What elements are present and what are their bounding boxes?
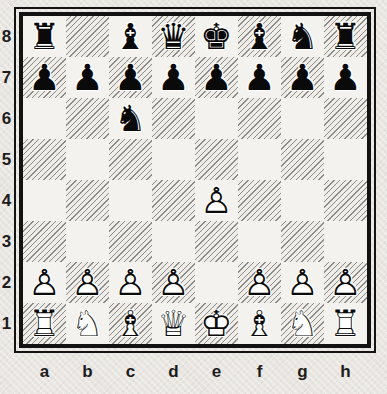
square-f2[interactable]: ♟♙ [238, 262, 281, 303]
piece-white-knight[interactable]: ♞♘ [281, 303, 324, 344]
square-h7[interactable]: ♟ [324, 57, 367, 98]
square-c2[interactable]: ♟♙ [109, 262, 152, 303]
square-c5[interactable] [109, 139, 152, 180]
piece-outline-layer: ♘ [281, 303, 324, 344]
square-e5[interactable] [195, 139, 238, 180]
square-a5[interactable] [23, 139, 66, 180]
square-b7[interactable]: ♟ [66, 57, 109, 98]
square-c3[interactable] [109, 221, 152, 262]
piece-outline-layer: ♙ [23, 262, 66, 303]
file-labels: abcdefgh [23, 357, 367, 387]
square-d2[interactable]: ♟♙ [152, 262, 195, 303]
piece-white-knight[interactable]: ♞♘ [66, 303, 109, 344]
file-label-d: d [152, 357, 195, 387]
square-f6[interactable] [238, 98, 281, 139]
square-a2[interactable]: ♟♙ [23, 262, 66, 303]
file-label-h: h [324, 357, 367, 387]
rank-label-8: 8 [0, 16, 13, 57]
piece-white-pawn[interactable]: ♟♙ [195, 180, 238, 221]
square-b1[interactable]: ♞♘ [66, 303, 109, 344]
rank-labels: 87654321 [0, 16, 13, 344]
piece-black-rook[interactable]: ♜ [324, 16, 367, 57]
square-g3[interactable] [281, 221, 324, 262]
square-g4[interactable] [281, 180, 324, 221]
square-f7[interactable]: ♟ [238, 57, 281, 98]
square-d3[interactable] [152, 221, 195, 262]
piece-outline-layer: ♙ [238, 262, 281, 303]
square-e2[interactable] [195, 262, 238, 303]
square-d8[interactable]: ♛ [152, 16, 195, 57]
square-h4[interactable] [324, 180, 367, 221]
piece-outline-layer: ♙ [324, 262, 367, 303]
piece-white-pawn[interactable]: ♟♙ [281, 262, 324, 303]
file-label-e: e [195, 357, 238, 387]
square-f3[interactable] [238, 221, 281, 262]
square-h5[interactable] [324, 139, 367, 180]
square-e1[interactable]: ♚♔ [195, 303, 238, 344]
square-f8[interactable]: ♝ [238, 16, 281, 57]
file-label-a: a [23, 357, 66, 387]
piece-outline-layer: ♙ [281, 262, 324, 303]
square-b4[interactable] [66, 180, 109, 221]
square-f5[interactable] [238, 139, 281, 180]
square-e8[interactable]: ♚ [195, 16, 238, 57]
square-h3[interactable] [324, 221, 367, 262]
square-b5[interactable] [66, 139, 109, 180]
square-c1[interactable]: ♝♗ [109, 303, 152, 344]
piece-black-bishop[interactable]: ♝ [238, 16, 281, 57]
file-label-c: c [109, 357, 152, 387]
square-c8[interactable]: ♝ [109, 16, 152, 57]
file-label-g: g [281, 357, 324, 387]
rank-label-7: 7 [0, 57, 13, 98]
square-d5[interactable] [152, 139, 195, 180]
piece-black-king[interactable]: ♚ [195, 16, 238, 57]
square-g2[interactable]: ♟♙ [281, 262, 324, 303]
square-h2[interactable]: ♟♙ [324, 262, 367, 303]
piece-outline-layer: ♙ [109, 262, 152, 303]
piece-outline-layer: ♘ [66, 303, 109, 344]
piece-white-pawn[interactable]: ♟♙ [109, 262, 152, 303]
square-d6[interactable] [152, 98, 195, 139]
rank-label-5: 5 [0, 139, 13, 180]
square-d7[interactable]: ♟ [152, 57, 195, 98]
square-h8[interactable]: ♜ [324, 16, 367, 57]
square-a3[interactable] [23, 221, 66, 262]
square-d4[interactable] [152, 180, 195, 221]
piece-black-pawn[interactable]: ♟ [23, 57, 66, 98]
piece-white-pawn[interactable]: ♟♙ [66, 262, 109, 303]
square-e4[interactable]: ♟♙ [195, 180, 238, 221]
piece-white-bishop[interactable]: ♝♗ [109, 303, 152, 344]
square-e3[interactable] [195, 221, 238, 262]
square-a6[interactable] [23, 98, 66, 139]
piece-white-rook[interactable]: ♜♖ [23, 303, 66, 344]
piece-black-pawn[interactable]: ♟ [238, 57, 281, 98]
square-c6[interactable]: ♞ [109, 98, 152, 139]
rank-label-4: 4 [0, 180, 13, 221]
piece-white-pawn[interactable]: ♟♙ [152, 262, 195, 303]
piece-black-knight[interactable]: ♞ [281, 16, 324, 57]
square-h1[interactable]: ♜♖ [324, 303, 367, 344]
piece-outline-layer: ♙ [152, 262, 195, 303]
piece-black-bishop[interactable]: ♝ [109, 16, 152, 57]
square-a4[interactable] [23, 180, 66, 221]
piece-outline-layer: ♖ [23, 303, 66, 344]
piece-white-king[interactable]: ♚♔ [195, 303, 238, 344]
square-c4[interactable] [109, 180, 152, 221]
chess-board-inner-border: ♜♝♛♚♝♞♜♟♟♟♟♟♟♟♟♞♟♙♟♙♟♙♟♙♟♙♟♙♟♙♟♙♜♖♞♘♝♗♛♕… [19, 12, 371, 348]
square-c7[interactable]: ♟ [109, 57, 152, 98]
piece-white-pawn[interactable]: ♟♙ [324, 262, 367, 303]
piece-black-pawn[interactable]: ♟ [281, 57, 324, 98]
piece-black-pawn[interactable]: ♟ [66, 57, 109, 98]
rank-label-3: 3 [0, 221, 13, 262]
piece-black-pawn[interactable]: ♟ [195, 57, 238, 98]
piece-white-pawn[interactable]: ♟♙ [23, 262, 66, 303]
piece-outline-layer: ♖ [324, 303, 367, 344]
square-f4[interactable] [238, 180, 281, 221]
piece-white-rook[interactable]: ♜♖ [324, 303, 367, 344]
piece-black-knight[interactable]: ♞ [109, 98, 152, 139]
square-b3[interactable] [66, 221, 109, 262]
square-e6[interactable] [195, 98, 238, 139]
square-f1[interactable]: ♝♗ [238, 303, 281, 344]
piece-white-pawn[interactable]: ♟♙ [238, 262, 281, 303]
square-b2[interactable]: ♟♙ [66, 262, 109, 303]
square-b6[interactable] [66, 98, 109, 139]
piece-white-bishop[interactable]: ♝♗ [238, 303, 281, 344]
chess-board-frame: ♜♝♛♚♝♞♜♟♟♟♟♟♟♟♟♞♟♙♟♙♟♙♟♙♟♙♟♙♟♙♟♙♜♖♞♘♝♗♛♕… [14, 7, 376, 353]
square-g7[interactable]: ♟ [281, 57, 324, 98]
piece-outline-layer: ♙ [66, 262, 109, 303]
chess-diagram: 87654321 ♜♝♛♚♝♞♜♟♟♟♟♟♟♟♟♞♟♙♟♙♟♙♟♙♟♙♟♙♟♙♟… [0, 0, 387, 394]
piece-black-pawn[interactable]: ♟ [324, 57, 367, 98]
square-e7[interactable]: ♟ [195, 57, 238, 98]
square-a7[interactable]: ♟ [23, 57, 66, 98]
square-b8[interactable] [66, 16, 109, 57]
square-a8[interactable]: ♜ [23, 16, 66, 57]
piece-black-pawn[interactable]: ♟ [152, 57, 195, 98]
piece-outline-layer: ♙ [195, 180, 238, 221]
chess-board: ♜♝♛♚♝♞♜♟♟♟♟♟♟♟♟♞♟♙♟♙♟♙♟♙♟♙♟♙♟♙♟♙♜♖♞♘♝♗♛♕… [23, 16, 367, 344]
piece-outline-layer: ♗ [109, 303, 152, 344]
file-label-b: b [66, 357, 109, 387]
piece-outline-layer: ♔ [195, 303, 238, 344]
piece-white-queen[interactable]: ♛♕ [152, 303, 195, 344]
square-g6[interactable] [281, 98, 324, 139]
square-a1[interactable]: ♜♖ [23, 303, 66, 344]
piece-outline-layer: ♗ [238, 303, 281, 344]
rank-label-6: 6 [0, 98, 13, 139]
square-g1[interactable]: ♞♘ [281, 303, 324, 344]
square-h6[interactable] [324, 98, 367, 139]
piece-black-pawn[interactable]: ♟ [109, 57, 152, 98]
square-g5[interactable] [281, 139, 324, 180]
rank-label-1: 1 [0, 303, 13, 344]
square-g8[interactable]: ♞ [281, 16, 324, 57]
file-label-f: f [238, 357, 281, 387]
piece-outline-layer: ♕ [152, 303, 195, 344]
square-d1[interactable]: ♛♕ [152, 303, 195, 344]
rank-label-2: 2 [0, 262, 13, 303]
piece-black-rook[interactable]: ♜ [23, 16, 66, 57]
piece-black-queen[interactable]: ♛ [152, 16, 195, 57]
